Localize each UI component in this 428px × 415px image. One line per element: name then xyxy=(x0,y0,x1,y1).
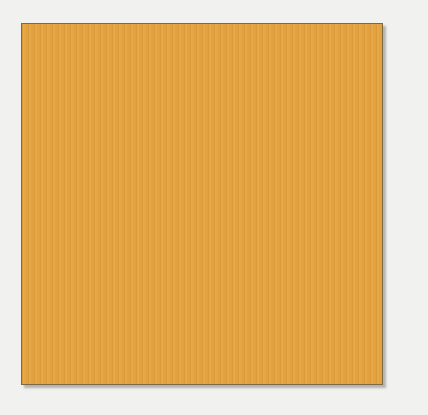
screenshot-root: { "game": "go", "board_size": 19, "coord… xyxy=(0,0,428,415)
go-board[interactable] xyxy=(21,23,383,385)
